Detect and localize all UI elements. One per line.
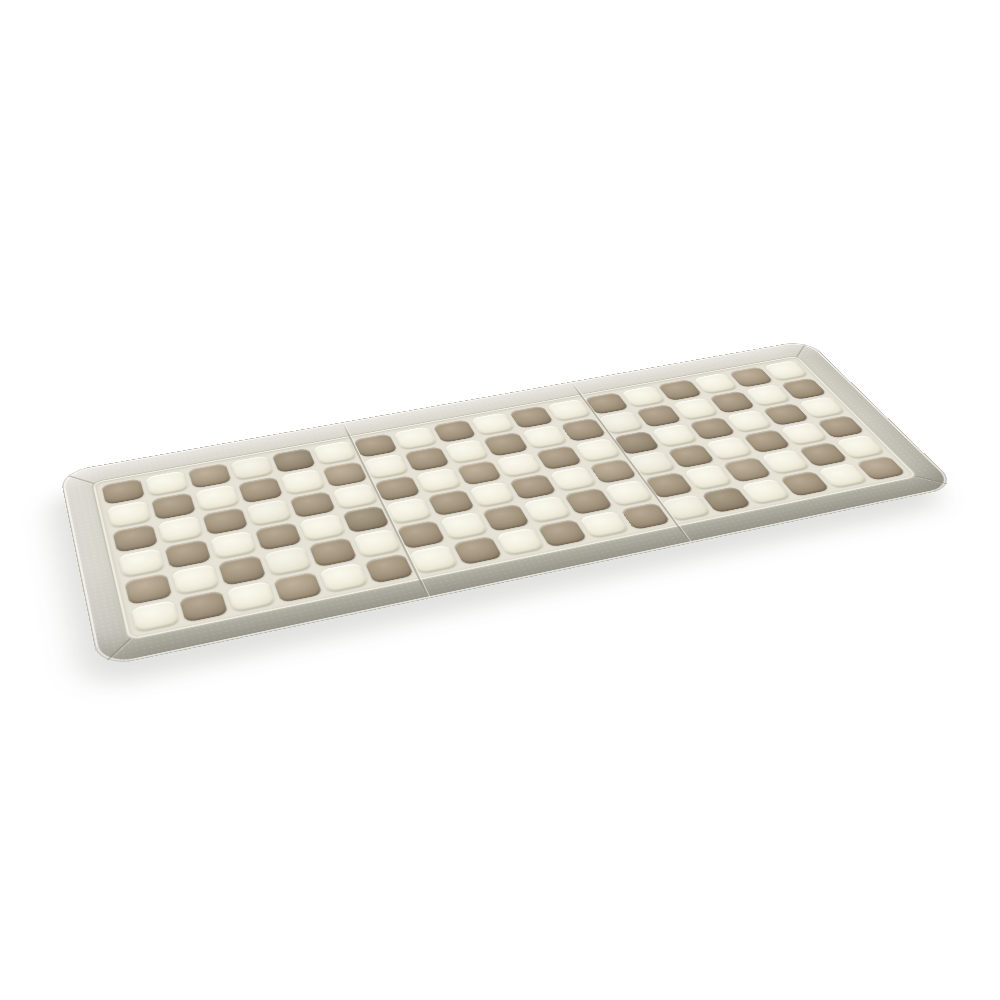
light-square — [415, 467, 462, 493]
light-square — [363, 454, 409, 479]
dark-square — [124, 573, 172, 605]
dark-square — [322, 461, 368, 487]
dark-square — [238, 477, 283, 504]
dark-square — [218, 555, 266, 586]
light-square — [298, 514, 346, 543]
corner-miter-seam — [68, 475, 96, 484]
dark-square — [308, 537, 357, 567]
dark-square — [404, 446, 450, 471]
dark-square — [452, 536, 502, 566]
light-square — [107, 501, 152, 529]
light-square — [439, 512, 488, 540]
light-square — [495, 527, 546, 556]
corner-miter-seam — [107, 637, 133, 660]
dark-square — [509, 473, 557, 499]
dark-square — [427, 489, 475, 516]
light-square — [353, 529, 402, 558]
product-photo-scene — [0, 0, 1000, 1000]
dark-square — [342, 505, 390, 533]
light-square — [195, 484, 240, 511]
checkerboard-mat — [59, 340, 958, 668]
light-square — [621, 386, 666, 408]
light-square — [522, 425, 568, 449]
dark-square — [536, 445, 583, 470]
dark-square — [273, 571, 323, 603]
dark-square — [537, 519, 588, 548]
corner-miter-seam — [913, 475, 947, 484]
dark-square — [564, 488, 614, 515]
dark-square — [481, 504, 530, 532]
dark-square — [483, 432, 529, 456]
dark-square — [179, 590, 228, 623]
dark-square — [364, 553, 414, 584]
light-square — [468, 481, 516, 508]
light-square — [263, 546, 312, 576]
light-square — [444, 439, 490, 464]
light-square — [226, 581, 276, 613]
light-square — [579, 510, 630, 538]
light-square — [131, 600, 180, 633]
corner-miter-seam — [795, 344, 805, 358]
light-square — [280, 469, 325, 495]
dark-square — [151, 492, 196, 519]
dark-square — [456, 460, 503, 486]
light-square — [496, 452, 543, 477]
dark-square — [509, 406, 554, 429]
light-square — [319, 562, 369, 593]
light-square — [171, 564, 219, 595]
light-square — [523, 496, 573, 524]
light-square — [549, 466, 597, 492]
